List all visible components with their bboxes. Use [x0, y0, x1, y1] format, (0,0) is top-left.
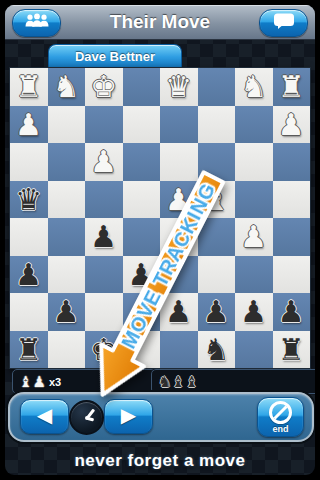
- square-e2[interactable]: [123, 106, 161, 144]
- square-g6[interactable]: [48, 256, 86, 294]
- phone-screen: Their Move Dave Bettner ♜♞♚♛♞♜♟♟♟♛♟♝♟♟♟♟…: [0, 0, 320, 480]
- square-g7[interactable]: ♟: [48, 293, 86, 331]
- piece-bR: ♜: [278, 331, 305, 368]
- square-g8[interactable]: [48, 331, 86, 369]
- square-d1[interactable]: ♛: [160, 68, 198, 106]
- square-h8[interactable]: ♜: [10, 331, 48, 369]
- piece-bP: ♟: [278, 293, 305, 330]
- end-button-label: end: [272, 425, 288, 434]
- square-a1[interactable]: ♜: [273, 68, 311, 106]
- square-g3[interactable]: [48, 143, 86, 181]
- move-history-toolbar: ◀ ▶ end: [8, 392, 314, 442]
- captured-wB: ♝: [19, 373, 32, 391]
- piece-wP: ♟: [90, 143, 117, 180]
- end-slash-icon: [269, 401, 292, 424]
- opponent-name: Dave Bettner: [75, 49, 155, 64]
- square-a4[interactable]: [273, 181, 311, 219]
- square-c8[interactable]: ♞: [198, 331, 236, 369]
- square-f3[interactable]: ♟: [85, 143, 123, 181]
- square-f6[interactable]: [85, 256, 123, 294]
- square-g2[interactable]: [48, 106, 86, 144]
- captured-pawn-count: x3: [49, 376, 61, 388]
- square-a7[interactable]: ♟: [273, 293, 311, 331]
- square-g4[interactable]: [48, 181, 86, 219]
- piece-wR: ♜: [15, 68, 42, 105]
- square-a5[interactable]: [273, 218, 311, 256]
- app-tagline: never forget a move: [5, 451, 315, 471]
- piece-wN: ♞: [240, 68, 267, 105]
- piece-wQ: ♛: [165, 68, 192, 105]
- square-g5[interactable]: [48, 218, 86, 256]
- captured-black-pieces: ♞♝♝: [158, 372, 198, 392]
- square-f1[interactable]: ♚: [85, 68, 123, 106]
- piece-bP: ♟: [240, 293, 267, 330]
- piece-bP: ♟: [203, 293, 230, 330]
- square-c1[interactable]: [198, 68, 236, 106]
- square-b2[interactable]: [235, 106, 273, 144]
- square-d2[interactable]: [160, 106, 198, 144]
- square-h2[interactable]: ♟: [10, 106, 48, 144]
- app-background: Their Move Dave Bettner ♜♞♚♛♞♜♟♟♟♛♟♝♟♟♟♟…: [5, 5, 315, 475]
- piece-bR: ♜: [15, 331, 42, 368]
- piece-wN: ♞: [53, 68, 80, 105]
- opponent-tab[interactable]: Dave Bettner: [48, 44, 182, 69]
- previous-move-button[interactable]: ◀: [20, 399, 69, 434]
- square-a8[interactable]: ♜: [273, 331, 311, 369]
- square-b1[interactable]: ♞: [235, 68, 273, 106]
- square-h7[interactable]: [10, 293, 48, 331]
- square-f5[interactable]: ♟: [85, 218, 123, 256]
- square-c7[interactable]: ♟: [198, 293, 236, 331]
- header-bar: Their Move: [5, 5, 315, 40]
- square-b6[interactable]: [235, 256, 273, 294]
- piece-bP: ♟: [15, 256, 42, 293]
- captured-black-tray: ♞♝♝: [151, 369, 315, 394]
- square-h4[interactable]: ♛: [10, 181, 48, 219]
- square-f4[interactable]: [85, 181, 123, 219]
- square-e3[interactable]: [123, 143, 161, 181]
- chat-button[interactable]: [259, 9, 308, 37]
- clock-button[interactable]: [69, 400, 104, 435]
- square-a2[interactable]: ♟: [273, 106, 311, 144]
- square-a6[interactable]: [273, 256, 311, 294]
- square-e4[interactable]: [123, 181, 161, 219]
- piece-wK: ♚: [90, 68, 117, 105]
- left-arrow-icon: ◀: [37, 404, 52, 426]
- piece-wP: ♟: [15, 106, 42, 143]
- square-d8[interactable]: [160, 331, 198, 369]
- captured-bN: ♞: [158, 373, 171, 391]
- square-g1[interactable]: ♞: [48, 68, 86, 106]
- captured-wP: ♟: [32, 373, 45, 391]
- square-b7[interactable]: ♟: [235, 293, 273, 331]
- piece-bP: ♟: [53, 293, 80, 330]
- chat-icon: [272, 12, 296, 34]
- piece-wP: ♟: [278, 106, 305, 143]
- square-a3[interactable]: [273, 143, 311, 181]
- piece-bN: ♞: [203, 331, 230, 368]
- piece-wP: ♟: [240, 218, 267, 255]
- piece-bQ: ♛: [15, 181, 42, 218]
- piece-wR: ♜: [278, 68, 305, 105]
- captured-white-pieces: ♝♟: [19, 372, 46, 392]
- square-h5[interactable]: [10, 218, 48, 256]
- square-e1[interactable]: [123, 68, 161, 106]
- square-h1[interactable]: ♜: [10, 68, 48, 106]
- square-f2[interactable]: [85, 106, 123, 144]
- square-b3[interactable]: [235, 143, 273, 181]
- square-b5[interactable]: ♟: [235, 218, 273, 256]
- square-b8[interactable]: [235, 331, 273, 369]
- square-h3[interactable]: [10, 143, 48, 181]
- end-game-button[interactable]: end: [257, 397, 304, 437]
- square-h6[interactable]: ♟: [10, 256, 48, 294]
- captured-bB: ♝: [171, 373, 184, 391]
- piece-bP: ♟: [90, 218, 117, 255]
- square-c2[interactable]: [198, 106, 236, 144]
- captured-bB: ♝: [185, 373, 198, 391]
